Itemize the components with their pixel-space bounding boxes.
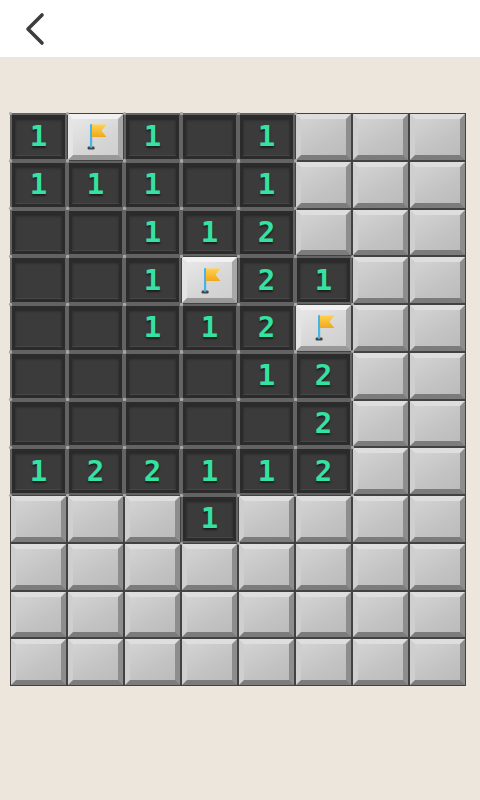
- revealed-cell-face: [183, 402, 236, 446]
- revealed-cell-face: [69, 306, 122, 350]
- mine-count: 1: [144, 266, 161, 295]
- cell-r3c7[interactable]: [352, 209, 409, 257]
- mine-count: 2: [258, 218, 275, 247]
- revealed-cell-face: 1: [240, 449, 293, 493]
- cell-r11c4[interactable]: [181, 591, 238, 639]
- hidden-cell-face: [239, 639, 294, 685]
- mine-count: 1: [87, 170, 104, 199]
- cell-r6c4[interactable]: [181, 352, 238, 400]
- revealed-cell-face: 1: [297, 258, 350, 302]
- revealed-cell-face: 1: [183, 306, 236, 350]
- revealed-cell-face: [12, 402, 65, 446]
- hidden-cell-face: [296, 496, 351, 542]
- cell-r2c2[interactable]: 1: [67, 161, 124, 209]
- cell-r3c8[interactable]: [409, 209, 466, 257]
- revealed-cell-face: 1: [240, 354, 293, 398]
- revealed-cell-face: 1: [240, 163, 293, 207]
- cell-r6c3[interactable]: [124, 352, 181, 400]
- revealed-cell-face: 1: [240, 115, 293, 159]
- revealed-cell-face: 2: [297, 449, 350, 493]
- revealed-cell-face: 2: [297, 402, 350, 446]
- hidden-cell-face: [182, 544, 237, 590]
- cell-r12c2[interactable]: [67, 638, 124, 686]
- hidden-cell-face: [353, 496, 408, 542]
- hidden-cell-face: [68, 592, 123, 638]
- cell-r4c3[interactable]: 1: [124, 256, 181, 304]
- mine-count: 1: [144, 122, 161, 151]
- revealed-cell-face: 1: [126, 258, 179, 302]
- hidden-cell-face: [410, 353, 465, 399]
- mine-count: 2: [315, 457, 332, 486]
- cell-r4c8[interactable]: [409, 256, 466, 304]
- cell-r11c2[interactable]: [67, 591, 124, 639]
- cell-r2c6[interactable]: [295, 161, 352, 209]
- hidden-cell-face: [296, 210, 351, 256]
- cell-r10c4[interactable]: [181, 543, 238, 591]
- cell-r3c6[interactable]: [295, 209, 352, 257]
- revealed-cell-face: [12, 306, 65, 350]
- cell-r1c7[interactable]: [352, 113, 409, 161]
- revealed-cell-face: 1: [126, 163, 179, 207]
- mine-count: 1: [144, 218, 161, 247]
- hidden-cell-face: [125, 639, 180, 685]
- cell-r6c8[interactable]: [409, 352, 466, 400]
- cell-r1c6[interactable]: [295, 113, 352, 161]
- cell-r7c3[interactable]: [124, 400, 181, 448]
- flagged-cell-face: [182, 257, 237, 303]
- cell-r12c5[interactable]: [238, 638, 295, 686]
- hidden-cell-face: [353, 162, 408, 208]
- hidden-cell-face: [125, 592, 180, 638]
- cell-r5c7[interactable]: [352, 304, 409, 352]
- cell-r5c5[interactable]: 2: [238, 304, 295, 352]
- cell-r8c6[interactable]: 2: [295, 447, 352, 495]
- cell-r12c8[interactable]: [409, 638, 466, 686]
- hidden-cell-face: [410, 257, 465, 303]
- mine-count: 1: [144, 313, 161, 342]
- revealed-cell-face: 1: [12, 163, 65, 207]
- cell-r5c2[interactable]: [67, 304, 124, 352]
- hidden-cell-face: [410, 401, 465, 447]
- cell-r9c2[interactable]: [67, 495, 124, 543]
- mine-count: 1: [201, 504, 218, 533]
- mine-count: 2: [87, 457, 104, 486]
- cell-r9c5[interactable]: [238, 495, 295, 543]
- mine-count: 1: [30, 170, 47, 199]
- revealed-cell-face: 1: [126, 306, 179, 350]
- hidden-cell-face: [353, 305, 408, 351]
- revealed-cell-face: [183, 115, 236, 159]
- cell-r6c6[interactable]: 2: [295, 352, 352, 400]
- hidden-cell-face: [353, 353, 408, 399]
- cell-r3c3[interactable]: 1: [124, 209, 181, 257]
- hidden-cell-face: [11, 639, 66, 685]
- hidden-cell-face: [182, 592, 237, 638]
- cell-r11c8[interactable]: [409, 591, 466, 639]
- revealed-cell-face: [69, 402, 122, 446]
- mine-count: 2: [315, 361, 332, 390]
- revealed-cell-face: 1: [183, 497, 236, 541]
- cell-r8c4[interactable]: 1: [181, 447, 238, 495]
- cell-r10c6[interactable]: [295, 543, 352, 591]
- mine-count: 2: [144, 457, 161, 486]
- hidden-cell-face: [410, 496, 465, 542]
- revealed-cell-face: 1: [183, 449, 236, 493]
- cell-r1c2[interactable]: [67, 113, 124, 161]
- cell-r6c2[interactable]: [67, 352, 124, 400]
- cell-r12c3[interactable]: [124, 638, 181, 686]
- cell-r12c7[interactable]: [352, 638, 409, 686]
- mine-count: 2: [258, 266, 275, 295]
- cell-r4c4[interactable]: [181, 256, 238, 304]
- hidden-cell-face: [182, 639, 237, 685]
- cell-r6c7[interactable]: [352, 352, 409, 400]
- hidden-cell-face: [353, 257, 408, 303]
- revealed-cell-face: [12, 211, 65, 255]
- hidden-cell-face: [353, 592, 408, 638]
- cell-r2c4[interactable]: [181, 161, 238, 209]
- revealed-cell-face: 2: [69, 449, 122, 493]
- cell-r8c1[interactable]: 1: [10, 447, 67, 495]
- mine-count: 1: [144, 170, 161, 199]
- revealed-cell-face: 2: [297, 354, 350, 398]
- hidden-cell-face: [296, 114, 351, 160]
- cell-r2c1[interactable]: 1: [10, 161, 67, 209]
- revealed-cell-face: 2: [240, 211, 293, 255]
- cell-r12c6[interactable]: [295, 638, 352, 686]
- revealed-cell-face: 1: [183, 211, 236, 255]
- hidden-cell-face: [239, 544, 294, 590]
- hidden-cell-face: [410, 544, 465, 590]
- hidden-cell-face: [239, 592, 294, 638]
- back-button[interactable]: [12, 6, 58, 52]
- cell-r10c1[interactable]: [10, 543, 67, 591]
- cell-r8c5[interactable]: 1: [238, 447, 295, 495]
- chevron-left-icon: [20, 12, 50, 46]
- cell-r9c7[interactable]: [352, 495, 409, 543]
- mine-count: 1: [201, 218, 218, 247]
- hidden-cell-face: [353, 544, 408, 590]
- cell-r5c1[interactable]: [10, 304, 67, 352]
- mine-count: 1: [315, 266, 332, 295]
- hidden-cell-face: [125, 496, 180, 542]
- cell-r1c8[interactable]: [409, 113, 466, 161]
- cell-r9c1[interactable]: [10, 495, 67, 543]
- cell-r1c4[interactable]: [181, 113, 238, 161]
- hidden-cell-face: [353, 639, 408, 685]
- cell-r7c4[interactable]: [181, 400, 238, 448]
- flag-icon: [310, 312, 337, 343]
- cell-r11c5[interactable]: [238, 591, 295, 639]
- revealed-cell-face: [12, 354, 65, 398]
- cell-r3c4[interactable]: 1: [181, 209, 238, 257]
- cell-r1c1[interactable]: 1: [10, 113, 67, 161]
- cell-r11c7[interactable]: [352, 591, 409, 639]
- cell-r11c3[interactable]: [124, 591, 181, 639]
- hidden-cell-face: [125, 544, 180, 590]
- hidden-cell-face: [410, 210, 465, 256]
- hidden-cell-face: [11, 544, 66, 590]
- revealed-cell-face: [183, 163, 236, 207]
- mine-count: 1: [258, 457, 275, 486]
- hidden-cell-face: [11, 496, 66, 542]
- revealed-cell-face: [69, 258, 122, 302]
- cell-r12c1[interactable]: [10, 638, 67, 686]
- cell-r3c5[interactable]: 2: [238, 209, 295, 257]
- hidden-cell-face: [410, 639, 465, 685]
- mine-count: 1: [258, 122, 275, 151]
- revealed-cell-face: 1: [12, 115, 65, 159]
- hidden-cell-face: [296, 544, 351, 590]
- mine-count: 2: [258, 313, 275, 342]
- cell-r2c8[interactable]: [409, 161, 466, 209]
- mine-count: 1: [258, 170, 275, 199]
- cell-r4c7[interactable]: [352, 256, 409, 304]
- revealed-cell-face: 1: [12, 449, 65, 493]
- revealed-cell-face: 2: [240, 258, 293, 302]
- cell-r2c5[interactable]: 1: [238, 161, 295, 209]
- cell-r7c7[interactable]: [352, 400, 409, 448]
- cell-r6c5[interactable]: 1: [238, 352, 295, 400]
- revealed-cell-face: 2: [126, 449, 179, 493]
- revealed-cell-face: 2: [240, 306, 293, 350]
- cell-r5c4[interactable]: 1: [181, 304, 238, 352]
- minesweeper-board: 11111111121211121221221121: [10, 113, 466, 686]
- revealed-cell-face: [69, 354, 122, 398]
- flag-icon: [196, 265, 223, 296]
- hidden-cell-face: [239, 496, 294, 542]
- cell-r11c6[interactable]: [295, 591, 352, 639]
- cell-r3c2[interactable]: [67, 209, 124, 257]
- cell-r8c7[interactable]: [352, 447, 409, 495]
- hidden-cell-face: [410, 114, 465, 160]
- cell-r7c8[interactable]: [409, 400, 466, 448]
- mine-count: 1: [30, 457, 47, 486]
- revealed-cell-face: [126, 354, 179, 398]
- hidden-cell-face: [296, 162, 351, 208]
- cell-r12c4[interactable]: [181, 638, 238, 686]
- revealed-cell-face: 1: [69, 163, 122, 207]
- cell-r2c7[interactable]: [352, 161, 409, 209]
- cell-r9c3[interactable]: [124, 495, 181, 543]
- hidden-cell-face: [353, 448, 408, 494]
- mine-count: 2: [315, 409, 332, 438]
- cell-r8c3[interactable]: 2: [124, 447, 181, 495]
- cell-r5c3[interactable]: 1: [124, 304, 181, 352]
- cell-r5c6[interactable]: [295, 304, 352, 352]
- hidden-cell-face: [353, 114, 408, 160]
- revealed-cell-face: 1: [126, 211, 179, 255]
- cell-r7c2[interactable]: [67, 400, 124, 448]
- cell-r5c8[interactable]: [409, 304, 466, 352]
- hidden-cell-face: [68, 496, 123, 542]
- hidden-cell-face: [68, 544, 123, 590]
- cell-r3c1[interactable]: [10, 209, 67, 257]
- cell-r10c3[interactable]: [124, 543, 181, 591]
- flagged-cell-face: [296, 305, 351, 351]
- cell-r9c6[interactable]: [295, 495, 352, 543]
- flag-icon: [82, 121, 109, 152]
- cell-r4c2[interactable]: [67, 256, 124, 304]
- app-header: [0, 0, 480, 57]
- cell-r2c3[interactable]: 1: [124, 161, 181, 209]
- cell-r4c5[interactable]: 2: [238, 256, 295, 304]
- revealed-cell-face: [183, 354, 236, 398]
- revealed-cell-face: [240, 402, 293, 446]
- hidden-cell-face: [353, 210, 408, 256]
- cell-r7c1[interactable]: [10, 400, 67, 448]
- cell-r10c7[interactable]: [352, 543, 409, 591]
- hidden-cell-face: [68, 639, 123, 685]
- cell-r4c6[interactable]: 1: [295, 256, 352, 304]
- hidden-cell-face: [296, 639, 351, 685]
- hidden-cell-face: [410, 162, 465, 208]
- hidden-cell-face: [410, 592, 465, 638]
- cell-r9c8[interactable]: [409, 495, 466, 543]
- mine-count: 1: [201, 313, 218, 342]
- cell-r4c1[interactable]: [10, 256, 67, 304]
- hidden-cell-face: [11, 592, 66, 638]
- revealed-cell-face: [126, 402, 179, 446]
- mine-count: 1: [201, 457, 218, 486]
- hidden-cell-face: [353, 401, 408, 447]
- hidden-cell-face: [410, 448, 465, 494]
- flagged-cell-face: [68, 114, 123, 160]
- cell-r8c8[interactable]: [409, 447, 466, 495]
- cell-r1c5[interactable]: 1: [238, 113, 295, 161]
- cell-r10c8[interactable]: [409, 543, 466, 591]
- cell-r7c5[interactable]: [238, 400, 295, 448]
- cell-r8c2[interactable]: 2: [67, 447, 124, 495]
- cell-r11c1[interactable]: [10, 591, 67, 639]
- cell-r6c1[interactable]: [10, 352, 67, 400]
- hidden-cell-face: [410, 305, 465, 351]
- mine-count: 1: [258, 361, 275, 390]
- cell-r9c4[interactable]: 1: [181, 495, 238, 543]
- hidden-cell-face: [296, 592, 351, 638]
- revealed-cell-face: [12, 258, 65, 302]
- cell-r7c6[interactable]: 2: [295, 400, 352, 448]
- revealed-cell-face: 1: [126, 115, 179, 159]
- cell-r1c3[interactable]: 1: [124, 113, 181, 161]
- mine-count: 1: [30, 122, 47, 151]
- revealed-cell-face: [69, 211, 122, 255]
- cell-r10c5[interactable]: [238, 543, 295, 591]
- cell-r10c2[interactable]: [67, 543, 124, 591]
